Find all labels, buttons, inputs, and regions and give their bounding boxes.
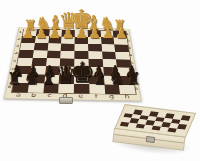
piece-white-pawn: ♟	[115, 26, 128, 40]
piece-white-pawn: ♟	[62, 26, 75, 40]
piece-black-rook: ♜	[7, 71, 21, 87]
piece-white-pawn: ♟	[49, 26, 62, 40]
board-clasp	[59, 97, 73, 104]
chess-set-photo: 12345678 12345678 abcdefgh ♜♞♝♛♚♝♞♜♟♟♟♟♟…	[0, 0, 200, 161]
piece-white-pawn: ♟	[75, 26, 88, 40]
piece-black-knight: ♞	[23, 69, 39, 87]
piece-black-knight: ♞	[108, 69, 124, 87]
piece-white-pawn: ♟	[89, 26, 102, 40]
piece-white-pawn: ♟	[22, 26, 35, 40]
piece-black-bishop: ♝	[91, 67, 109, 87]
piece-white-pawn: ♟	[102, 26, 115, 40]
piece-black-rook: ♜	[126, 71, 140, 87]
pieces-layer: ♜♞♝♛♚♝♞♜♟♟♟♟♟♟♟♟♟♟♟♟♟♟♟♟♜♞♝♛♚♝♞♜	[0, 0, 200, 161]
piece-white-pawn: ♟	[35, 26, 48, 40]
